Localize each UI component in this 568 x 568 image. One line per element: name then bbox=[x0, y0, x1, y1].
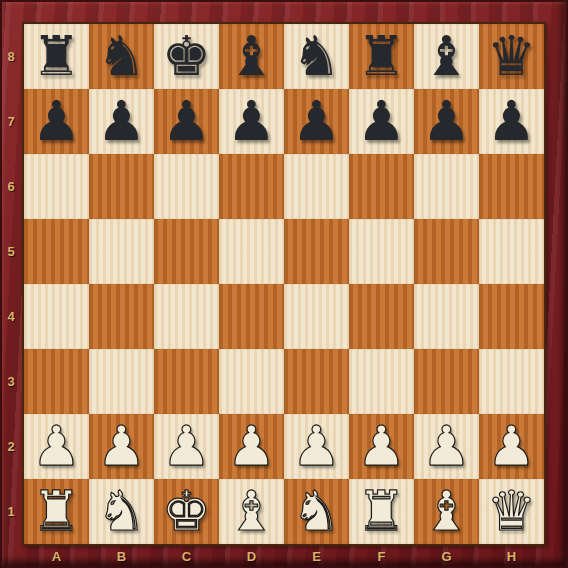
black-pawn-icon[interactable]: ♟ bbox=[89, 89, 154, 154]
rank-label-8: 8 bbox=[0, 24, 22, 89]
rank-labels: 87654321 bbox=[0, 24, 22, 544]
rank-label-4: 4 bbox=[0, 284, 22, 349]
square-d3[interactable] bbox=[219, 349, 284, 414]
square-e5[interactable] bbox=[284, 219, 349, 284]
square-a1[interactable]: ♜ bbox=[24, 479, 89, 544]
white-rook-icon[interactable]: ♜ bbox=[349, 479, 414, 544]
white-pawn-icon[interactable]: ♟ bbox=[219, 414, 284, 479]
square-e4[interactable] bbox=[284, 284, 349, 349]
square-d8[interactable]: ♝ bbox=[219, 24, 284, 89]
white-pawn-icon[interactable]: ♟ bbox=[154, 414, 219, 479]
file-label-d: D bbox=[219, 546, 284, 566]
square-b8[interactable]: ♞ bbox=[89, 24, 154, 89]
square-b3[interactable] bbox=[89, 349, 154, 414]
black-knight-icon[interactable]: ♞ bbox=[89, 24, 154, 89]
square-f1[interactable]: ♜ bbox=[349, 479, 414, 544]
square-c1[interactable]: ♚ bbox=[154, 479, 219, 544]
white-rook-icon[interactable]: ♜ bbox=[24, 479, 89, 544]
rank-label-7: 7 bbox=[0, 89, 22, 154]
square-c2[interactable]: ♟ bbox=[154, 414, 219, 479]
square-c6[interactable] bbox=[154, 154, 219, 219]
square-d4[interactable] bbox=[219, 284, 284, 349]
white-pawn-icon[interactable]: ♟ bbox=[479, 414, 544, 479]
square-h6[interactable] bbox=[479, 154, 544, 219]
square-g5[interactable] bbox=[414, 219, 479, 284]
square-g7[interactable]: ♟ bbox=[414, 89, 479, 154]
square-a5[interactable] bbox=[24, 219, 89, 284]
square-g3[interactable] bbox=[414, 349, 479, 414]
file-label-b: B bbox=[89, 546, 154, 566]
white-pawn-icon[interactable]: ♟ bbox=[24, 414, 89, 479]
black-pawn-icon[interactable]: ♟ bbox=[414, 89, 479, 154]
square-c8[interactable]: ♚ bbox=[154, 24, 219, 89]
white-bishop-icon[interactable]: ♝ bbox=[219, 479, 284, 544]
white-pawn-icon[interactable]: ♟ bbox=[414, 414, 479, 479]
rank-label-5: 5 bbox=[0, 219, 22, 284]
square-f3[interactable] bbox=[349, 349, 414, 414]
square-d1[interactable]: ♝ bbox=[219, 479, 284, 544]
rank-label-3: 3 bbox=[0, 349, 22, 414]
black-pawn-icon[interactable]: ♟ bbox=[219, 89, 284, 154]
black-pawn-icon[interactable]: ♟ bbox=[284, 89, 349, 154]
square-g2[interactable]: ♟ bbox=[414, 414, 479, 479]
white-queen-icon[interactable]: ♛ bbox=[479, 479, 544, 544]
black-bishop-icon[interactable]: ♝ bbox=[414, 24, 479, 89]
rank-label-2: 2 bbox=[0, 414, 22, 479]
square-d7[interactable]: ♟ bbox=[219, 89, 284, 154]
square-h3[interactable] bbox=[479, 349, 544, 414]
square-e1[interactable]: ♞ bbox=[284, 479, 349, 544]
white-knight-icon[interactable]: ♞ bbox=[284, 479, 349, 544]
square-g4[interactable] bbox=[414, 284, 479, 349]
black-rook-icon[interactable]: ♜ bbox=[24, 24, 89, 89]
square-e3[interactable] bbox=[284, 349, 349, 414]
white-king-icon[interactable]: ♚ bbox=[154, 479, 219, 544]
square-c5[interactable] bbox=[154, 219, 219, 284]
square-c7[interactable]: ♟ bbox=[154, 89, 219, 154]
square-d5[interactable] bbox=[219, 219, 284, 284]
square-f2[interactable]: ♟ bbox=[349, 414, 414, 479]
square-a4[interactable] bbox=[24, 284, 89, 349]
square-h4[interactable] bbox=[479, 284, 544, 349]
white-knight-icon[interactable]: ♞ bbox=[89, 479, 154, 544]
square-d2[interactable]: ♟ bbox=[219, 414, 284, 479]
square-e6[interactable] bbox=[284, 154, 349, 219]
square-e7[interactable]: ♟ bbox=[284, 89, 349, 154]
black-pawn-icon[interactable]: ♟ bbox=[349, 89, 414, 154]
square-a2[interactable]: ♟ bbox=[24, 414, 89, 479]
square-b6[interactable] bbox=[89, 154, 154, 219]
square-b2[interactable]: ♟ bbox=[89, 414, 154, 479]
square-c4[interactable] bbox=[154, 284, 219, 349]
square-f7[interactable]: ♟ bbox=[349, 89, 414, 154]
square-a3[interactable] bbox=[24, 349, 89, 414]
file-labels: ABCDEFGH bbox=[24, 546, 544, 566]
white-pawn-icon[interactable]: ♟ bbox=[349, 414, 414, 479]
square-a6[interactable] bbox=[24, 154, 89, 219]
square-h8[interactable]: ♛ bbox=[479, 24, 544, 89]
black-pawn-icon[interactable]: ♟ bbox=[154, 89, 219, 154]
black-rook-icon[interactable]: ♜ bbox=[349, 24, 414, 89]
square-a7[interactable]: ♟ bbox=[24, 89, 89, 154]
square-b4[interactable] bbox=[89, 284, 154, 349]
black-knight-icon[interactable]: ♞ bbox=[284, 24, 349, 89]
black-pawn-icon[interactable]: ♟ bbox=[24, 89, 89, 154]
black-queen-icon[interactable]: ♛ bbox=[479, 24, 544, 89]
square-f5[interactable] bbox=[349, 219, 414, 284]
white-pawn-icon[interactable]: ♟ bbox=[89, 414, 154, 479]
square-f6[interactable] bbox=[349, 154, 414, 219]
square-a8[interactable]: ♜ bbox=[24, 24, 89, 89]
black-king-icon[interactable]: ♚ bbox=[154, 24, 219, 89]
rank-label-6: 6 bbox=[0, 154, 22, 219]
square-f8[interactable]: ♜ bbox=[349, 24, 414, 89]
square-h1[interactable]: ♛ bbox=[479, 479, 544, 544]
square-h2[interactable]: ♟ bbox=[479, 414, 544, 479]
file-label-g: G bbox=[414, 546, 479, 566]
square-b5[interactable] bbox=[89, 219, 154, 284]
square-g8[interactable]: ♝ bbox=[414, 24, 479, 89]
square-e2[interactable]: ♟ bbox=[284, 414, 349, 479]
file-label-a: A bbox=[24, 546, 89, 566]
rank-label-1: 1 bbox=[0, 479, 22, 544]
black-bishop-icon[interactable]: ♝ bbox=[219, 24, 284, 89]
square-b1[interactable]: ♞ bbox=[89, 479, 154, 544]
square-c3[interactable] bbox=[154, 349, 219, 414]
square-d6[interactable] bbox=[219, 154, 284, 219]
file-label-f: F bbox=[349, 546, 414, 566]
black-pawn-icon[interactable]: ♟ bbox=[479, 89, 544, 154]
white-pawn-icon[interactable]: ♟ bbox=[284, 414, 349, 479]
chess-board: ♜♞♚♝♞♜♝♛♟♟♟♟♟♟♟♟♟♟♟♟♟♟♟♟♜♞♚♝♞♜♝♛ bbox=[22, 22, 546, 546]
square-g6[interactable] bbox=[414, 154, 479, 219]
square-h5[interactable] bbox=[479, 219, 544, 284]
file-label-e: E bbox=[284, 546, 349, 566]
square-g1[interactable]: ♝ bbox=[414, 479, 479, 544]
white-bishop-icon[interactable]: ♝ bbox=[414, 479, 479, 544]
square-b7[interactable]: ♟ bbox=[89, 89, 154, 154]
square-e8[interactable]: ♞ bbox=[284, 24, 349, 89]
square-h7[interactable]: ♟ bbox=[479, 89, 544, 154]
board-frame: 87654321 ABCDEFGH ♜♞♚♝♞♜♝♛♟♟♟♟♟♟♟♟♟♟♟♟♟♟… bbox=[0, 0, 568, 568]
file-label-h: H bbox=[479, 546, 544, 566]
file-label-c: C bbox=[154, 546, 219, 566]
square-f4[interactable] bbox=[349, 284, 414, 349]
